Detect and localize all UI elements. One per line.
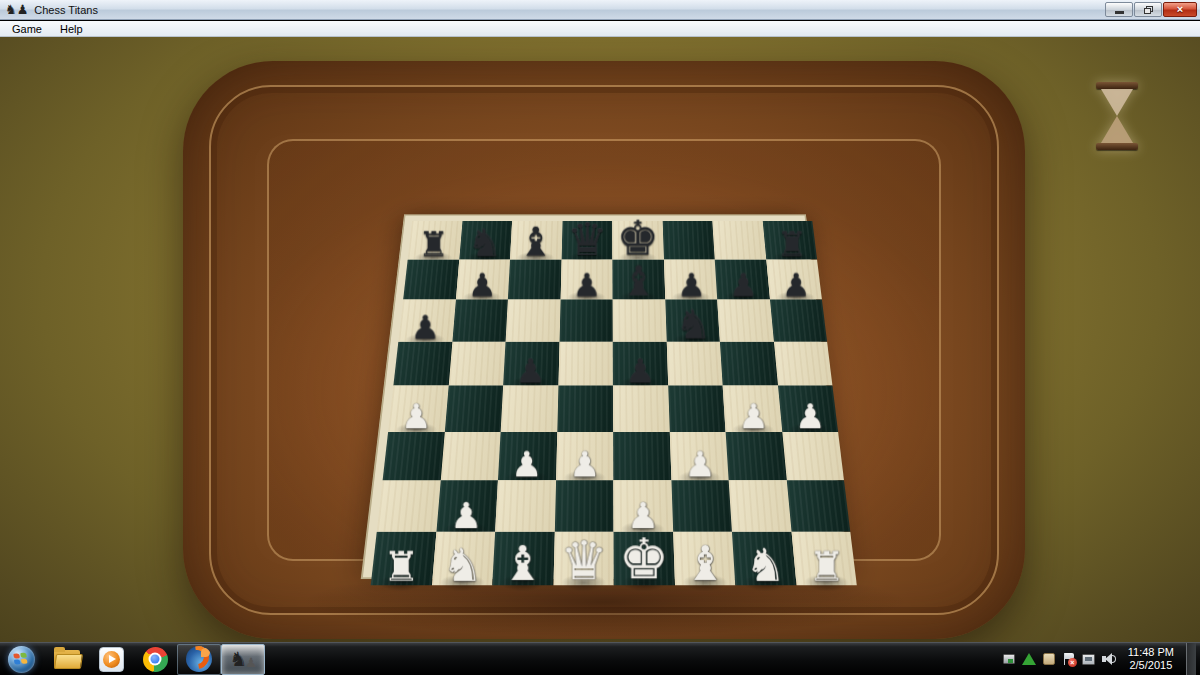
square-h6[interactable] [770,299,827,341]
close-icon: × [1177,4,1183,15]
minimize-button[interactable] [1105,2,1133,17]
square-b5[interactable] [448,341,505,385]
hourglass-bottom-cap [1096,143,1138,150]
square-g4[interactable]: ♟ [723,385,782,431]
square-d2[interactable] [554,480,613,531]
square-a6[interactable]: ♟ [398,299,455,341]
game-scene: ♜♞♝♛♚♜♟♟♝♟♟♟♟♞♟♟♟♟♟♟♟♟♟♟♜♞♝♛♚♝♞♜ [0,37,1200,642]
square-g3[interactable] [726,432,787,481]
antivirus-tray-icon[interactable] [1022,652,1036,666]
square-c3[interactable]: ♟ [498,432,557,481]
square-d7[interactable]: ♟ [560,259,612,299]
square-c6[interactable] [506,299,561,341]
square-e8[interactable]: ♚ [612,221,663,259]
clock-date: 2/5/2015 [1128,659,1174,672]
square-h4[interactable]: ♟ [778,385,839,431]
chrome-icon [143,647,168,672]
piece-shadow [560,574,607,592]
square-a4[interactable]: ♟ [388,385,448,431]
taskbar-chess-titans[interactable]: ♞♟ [221,644,265,675]
square-f4[interactable] [668,385,726,431]
action-center-flag-icon[interactable]: × [1062,652,1076,666]
square-b3[interactable] [440,432,500,481]
volume-tray-icon[interactable] [1102,652,1116,666]
square-c2[interactable] [495,480,555,531]
square-d3[interactable]: ♟ [556,432,614,481]
square-a5[interactable] [393,341,452,385]
black-knight[interactable]: ♞ [666,303,720,343]
taskbar-explorer[interactable] [45,644,89,675]
piece-shadow [619,376,661,390]
chess-titans-window: ♞♟ Chess Titans × Game Help ♜♞♝♛♚♜♟♟♝♟♟♟… [0,0,1200,675]
square-a7[interactable] [403,259,459,299]
square-d8[interactable]: ♛ [561,221,612,259]
square-a8[interactable]: ♜ [408,221,462,259]
square-d1[interactable]: ♛ [553,531,614,585]
square-f3[interactable]: ♟ [669,432,728,481]
board-perspective-wrap: ♜♞♝♛♚♜♟♟♝♟♟♟♟♞♟♟♟♟♟♟♟♟♟♟♜♞♝♛♚♝♞♜ [355,129,855,629]
square-b2[interactable]: ♟ [436,480,498,531]
square-c5[interactable]: ♟ [503,341,559,385]
hourglass-indicator [1094,82,1140,154]
restore-button[interactable] [1134,2,1162,17]
square-g1[interactable]: ♞ [732,531,796,585]
hidden-window-tray-icon[interactable] [1002,652,1016,666]
piece-shadow [681,574,728,592]
square-e6[interactable] [613,299,667,341]
square-a1[interactable]: ♜ [371,531,436,585]
black-pawn[interactable]: ♟ [503,354,558,387]
square-b4[interactable] [444,385,503,431]
square-h2[interactable] [786,480,850,531]
piece-shadow [731,422,775,437]
square-e3[interactable] [613,432,671,481]
piece-shadow [787,422,832,437]
chess-board: ♜♞♝♛♚♜♟♟♝♟♟♟♟♞♟♟♟♟♟♟♟♟♟♟♜♞♝♛♚♝♞♜ [363,216,847,578]
user-tray-icon[interactable] [1042,652,1056,666]
piece-shadow [377,574,425,592]
start-button[interactable] [8,646,35,673]
hourglass-top-cap [1096,82,1138,89]
square-e1[interactable]: ♚ [614,531,675,585]
taskbar-media-player[interactable] [89,644,133,675]
hourglass-upper-bulb [1101,89,1133,116]
square-f2[interactable] [671,480,732,531]
piece-shadow [499,574,546,592]
square-e7[interactable]: ♝ [612,259,665,299]
piece-shadow [621,574,668,592]
square-e5[interactable]: ♟ [613,341,668,385]
square-a3[interactable] [383,432,445,481]
square-g7[interactable]: ♟ [715,259,770,299]
square-b1[interactable]: ♞ [431,531,495,585]
taskbar-clock[interactable]: 11:48 PM 2/5/2015 [1122,646,1180,672]
hourglass-lower-bulb [1101,116,1133,143]
show-desktop-button[interactable] [1186,643,1196,675]
media-player-icon [99,647,124,672]
square-f5[interactable] [666,341,722,385]
square-f8[interactable] [662,221,714,259]
square-e4[interactable] [613,385,669,431]
square-h1[interactable]: ♜ [791,531,857,585]
square-f6[interactable]: ♞ [665,299,720,341]
square-c8[interactable]: ♝ [510,221,562,259]
square-f7[interactable]: ♟ [664,259,718,299]
square-e2[interactable]: ♟ [613,480,672,531]
square-h5[interactable] [773,341,832,385]
square-c4[interactable] [501,385,558,431]
piece-shadow [802,574,851,592]
white-pawn[interactable]: ♟ [614,498,673,534]
taskbar-chrome[interactable] [133,644,177,675]
piece-shadow [742,574,790,592]
chess-titans-icon: ♞♟ [229,649,257,669]
menu-help[interactable]: Help [52,22,91,36]
square-d4[interactable] [557,385,613,431]
clock-time: 11:48 PM [1128,646,1174,659]
title-bar: ♞♟ Chess Titans × [0,0,1200,20]
close-button[interactable]: × [1163,2,1197,17]
piece-shadow [438,574,486,592]
white-pawn[interactable]: ♟ [436,498,495,534]
square-b8[interactable]: ♞ [459,221,512,259]
piece-shadow [620,521,666,538]
black-pawn[interactable]: ♟ [613,354,668,387]
explorer-folder-icon [54,650,80,669]
square-h3[interactable] [782,432,844,481]
network-tray-icon[interactable] [1082,652,1096,666]
square-c7[interactable] [508,259,561,299]
menu-bar: Game Help [0,21,1200,37]
window-title: Chess Titans [34,4,98,16]
piece-shadow [394,422,439,437]
square-h8[interactable]: ♜ [762,221,817,259]
square-g6[interactable] [717,299,773,341]
minimize-icon [1115,11,1124,14]
app-icon: ♞♟ [5,3,28,16]
menu-game[interactable]: Game [4,22,50,36]
square-b6[interactable] [452,299,508,341]
square-f1[interactable]: ♝ [673,531,736,585]
square-h7[interactable]: ♟ [766,259,822,299]
square-d5[interactable] [558,341,613,385]
square-c1[interactable]: ♝ [492,531,554,585]
piece-shadow [509,376,552,390]
restore-icon [1144,6,1153,14]
windows-flag-icon [13,652,28,666]
square-a2[interactable] [377,480,440,531]
piece-shadow [442,521,489,538]
square-g5[interactable] [720,341,778,385]
system-tray: × 11:48 PM 2/5/2015 [1002,643,1200,675]
taskbar-firefox[interactable] [177,644,221,675]
firefox-icon [186,646,212,672]
square-d6[interactable] [559,299,613,341]
square-b7[interactable]: ♟ [456,259,511,299]
taskbar: ♞♟ × 11:48 PM 2/5/2015 [0,642,1200,675]
square-g2[interactable] [729,480,791,531]
square-g8[interactable] [712,221,766,259]
